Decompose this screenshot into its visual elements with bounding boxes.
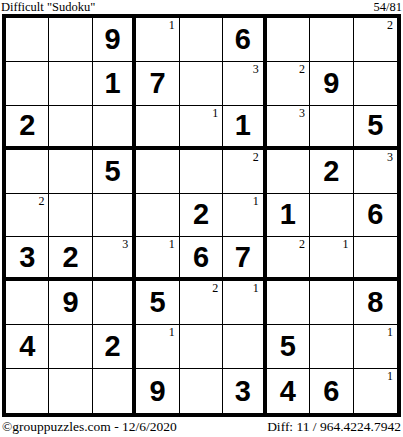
cell-r6c6[interactable]: 7 [223,237,266,281]
given-digit: 1 [105,69,121,98]
cell-r9c4[interactable]: 9 [136,369,179,413]
cell-r2c3[interactable]: 1 [93,62,136,106]
footer: ©grouppuzzles.com - 12/6/2020 Diff: 11 /… [0,417,403,435]
given-digit: 2 [19,111,35,140]
cell-r4c4[interactable] [136,150,179,194]
cell-r7c2[interactable]: 9 [49,281,92,325]
cell-r8c8[interactable] [310,325,353,369]
cell-r1c8[interactable] [310,18,353,62]
given-digit: 7 [149,69,165,98]
given-digit: 3 [235,377,251,406]
cell-r3c6[interactable]: 1 [223,106,266,150]
given-digit: 2 [193,200,209,229]
given-digit: 5 [367,111,383,140]
given-digit: 7 [235,243,251,272]
given-digit: 1 [235,111,251,140]
cell-r1c7[interactable] [267,18,310,62]
corner-mark: 3 [387,151,393,163]
corner-mark: 1 [253,282,259,294]
cell-r3c4[interactable] [136,106,179,150]
cell-r1c2[interactable] [49,18,92,62]
cell-r9c5[interactable] [180,369,223,413]
cell-r5c9[interactable]: 6 [354,194,397,238]
cell-r3c1[interactable]: 2 [6,106,49,150]
cell-r8c1[interactable]: 4 [6,325,49,369]
corner-mark: 2 [212,282,218,294]
cell-r2c2[interactable] [49,62,92,106]
cell-r4c7[interactable] [267,150,310,194]
given-digit: 9 [323,69,339,98]
cell-r6c3[interactable]: 3 [93,237,136,281]
cell-r5c4[interactable] [136,194,179,238]
given-digit: 6 [193,243,209,272]
corner-mark: 1 [387,370,393,382]
given-digit: 5 [280,332,296,361]
given-digit: 2 [105,332,121,361]
cell-r1c6[interactable]: 6 [223,18,266,62]
cell-r3c9[interactable]: 5 [354,106,397,150]
cell-r8c4[interactable]: 1 [136,325,179,369]
cell-r2c6[interactable]: 3 [223,62,266,106]
cell-r7c1[interactable] [6,281,49,325]
cell-r2c4[interactable]: 7 [136,62,179,106]
corner-mark: 1 [169,19,175,31]
corner-mark: 1 [253,195,259,207]
cell-r9c8[interactable]: 6 [310,369,353,413]
corner-mark: 2 [253,151,259,163]
cell-r4c1[interactable] [6,150,49,194]
corner-mark: 1 [387,326,393,338]
cell-r6c2[interactable]: 2 [49,237,92,281]
cell-r1c1[interactable] [6,18,49,62]
cell-r8c7[interactable]: 5 [267,325,310,369]
cell-r4c5[interactable] [180,150,223,194]
cell-r6c5[interactable]: 6 [180,237,223,281]
cell-r5c3[interactable] [93,194,136,238]
cell-r4c6[interactable]: 2 [223,150,266,194]
corner-mark: 3 [253,63,259,75]
cell-r6c9[interactable] [354,237,397,281]
cell-r2c8[interactable]: 9 [310,62,353,106]
given-digit: 4 [19,332,35,361]
cell-r4c9[interactable]: 3 [354,150,397,194]
corner-mark: 3 [122,238,128,250]
cell-r1c4[interactable]: 1 [136,18,179,62]
cell-r9c9[interactable]: 1 [354,369,397,413]
sudoku-board: 9162173292113552232211632316721952184215… [2,14,401,417]
cell-r9c6[interactable]: 3 [223,369,266,413]
given-digit: 2 [323,157,339,186]
cell-r3c3[interactable] [93,106,136,150]
cell-r1c3[interactable]: 9 [93,18,136,62]
cell-r7c9[interactable]: 8 [354,281,397,325]
cell-r8c9[interactable]: 1 [354,325,397,369]
corner-mark: 1 [169,326,175,338]
cell-r6c1[interactable]: 3 [6,237,49,281]
given-digit: 2 [63,243,79,272]
cell-r4c8[interactable]: 2 [310,150,353,194]
cell-r2c1[interactable] [6,62,49,106]
cell-r3c2[interactable] [49,106,92,150]
cell-r6c4[interactable]: 1 [136,237,179,281]
cell-r7c6[interactable]: 1 [223,281,266,325]
corner-mark: 2 [38,195,44,207]
cell-r9c2[interactable] [49,369,92,413]
cell-r6c7[interactable]: 2 [267,237,310,281]
cell-r5c6[interactable]: 1 [223,194,266,238]
difficulty-text: Diff: 11 / 964.4224.7942 [267,419,401,435]
given-digit: 3 [19,243,35,272]
given-digit: 9 [105,25,121,54]
cell-r7c7[interactable] [267,281,310,325]
cell-r2c9[interactable] [354,62,397,106]
cell-r9c7[interactable]: 4 [267,369,310,413]
cell-r7c8[interactable] [310,281,353,325]
given-digit: 9 [149,377,165,406]
cell-r7c4[interactable]: 5 [136,281,179,325]
cell-r3c8[interactable] [310,106,353,150]
page-title: Difficult "Sudoku" [1,1,95,14]
cell-r8c3[interactable]: 2 [93,325,136,369]
cell-r4c3[interactable]: 5 [93,150,136,194]
cell-counter: 54/81 [374,1,402,14]
cell-r5c7[interactable]: 1 [267,194,310,238]
corner-mark: 2 [387,19,393,31]
corner-mark: 2 [299,63,305,75]
given-digit: 4 [280,377,296,406]
cell-r5c5[interactable]: 2 [180,194,223,238]
cell-r3c7[interactable]: 3 [267,106,310,150]
given-digit: 5 [149,288,165,317]
cell-r7c5[interactable]: 2 [180,281,223,325]
given-digit: 5 [105,157,121,186]
cell-r8c5[interactable] [180,325,223,369]
sudoku-page: Difficult "Sudoku" 54/81 916217329211355… [0,0,403,437]
given-digit: 6 [367,200,383,229]
cell-r5c2[interactable] [49,194,92,238]
corner-mark: 1 [212,107,218,119]
cell-r9c1[interactable] [6,369,49,413]
cell-r3c5[interactable]: 1 [180,106,223,150]
given-digit: 1 [280,200,296,229]
cell-r2c7[interactable]: 2 [267,62,310,106]
corner-mark: 2 [299,238,305,250]
cell-r7c3[interactable] [93,281,136,325]
cell-r5c1[interactable]: 2 [6,194,49,238]
corner-mark: 1 [169,238,175,250]
corner-mark: 3 [299,107,305,119]
cell-r5c8[interactable] [310,194,353,238]
given-digit: 6 [323,377,339,406]
cell-r4c2[interactable] [49,150,92,194]
cell-r1c9[interactable]: 2 [354,18,397,62]
cell-r8c6[interactable] [223,325,266,369]
cell-r6c8[interactable]: 1 [310,237,353,281]
copyright-text: ©grouppuzzles.com - 12/6/2020 [2,419,177,435]
cell-r9c3[interactable] [93,369,136,413]
given-digit: 9 [63,288,79,317]
corner-mark: 1 [343,238,349,250]
cell-r2c5[interactable] [180,62,223,106]
cell-r8c2[interactable] [49,325,92,369]
given-digit: 8 [367,288,383,317]
given-digit: 6 [235,25,251,54]
header: Difficult "Sudoku" 54/81 [0,0,403,14]
cell-r1c5[interactable] [180,18,223,62]
